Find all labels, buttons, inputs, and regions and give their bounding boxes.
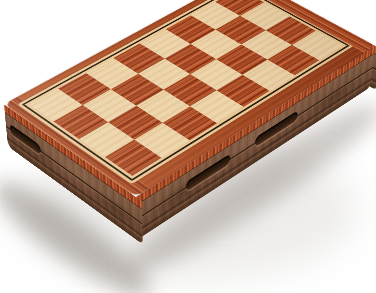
product-photo-scene (0, 0, 376, 293)
folded-chess-case (8, 14, 371, 240)
checkerboard (29, 0, 343, 176)
